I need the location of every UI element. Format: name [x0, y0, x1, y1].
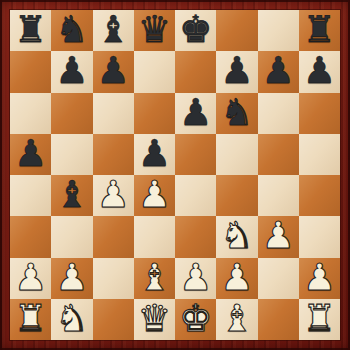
- square-e6[interactable]: ♟: [175, 93, 216, 134]
- square-c4[interactable]: ♟: [93, 175, 134, 216]
- white-bishop-f1[interactable]: ♝: [220, 299, 253, 339]
- square-f6[interactable]: ♞: [216, 93, 257, 134]
- square-e3[interactable]: [175, 216, 216, 257]
- square-b3[interactable]: [51, 216, 92, 257]
- white-pawn-a2[interactable]: ♟: [14, 258, 47, 298]
- square-c1[interactable]: [93, 299, 134, 340]
- black-pawn-e6[interactable]: ♟: [179, 93, 212, 133]
- square-d7[interactable]: [134, 51, 175, 92]
- square-e4[interactable]: [175, 175, 216, 216]
- white-pawn-f2[interactable]: ♟: [220, 258, 253, 298]
- board-frame: ♜♞♝♛♚♜♟♟♟♟♟♟♞♟♟♝♟♟♞♟♟♟♝♟♟♟♜♞♛♚♝♜: [0, 0, 350, 350]
- square-g5[interactable]: [258, 134, 299, 175]
- white-king-e1[interactable]: ♚: [179, 299, 212, 339]
- square-g2[interactable]: [258, 258, 299, 299]
- black-pawn-d5[interactable]: ♟: [138, 134, 171, 174]
- black-pawn-c7[interactable]: ♟: [97, 51, 130, 91]
- square-b7[interactable]: ♟: [51, 51, 92, 92]
- white-bishop-d2[interactable]: ♝: [138, 258, 171, 298]
- square-b4[interactable]: ♝: [51, 175, 92, 216]
- square-d6[interactable]: [134, 93, 175, 134]
- square-h5[interactable]: [299, 134, 340, 175]
- square-f5[interactable]: [216, 134, 257, 175]
- black-queen-d8[interactable]: ♛: [138, 10, 171, 50]
- square-b2[interactable]: ♟: [51, 258, 92, 299]
- square-h8[interactable]: ♜: [299, 10, 340, 51]
- square-a4[interactable]: [10, 175, 51, 216]
- white-pawn-h2[interactable]: ♟: [303, 258, 336, 298]
- black-bishop-b4[interactable]: ♝: [55, 175, 88, 215]
- square-a7[interactable]: [10, 51, 51, 92]
- square-f1[interactable]: ♝: [216, 299, 257, 340]
- square-f3[interactable]: ♞: [216, 216, 257, 257]
- white-pawn-d4[interactable]: ♟: [138, 175, 171, 215]
- square-b8[interactable]: ♞: [51, 10, 92, 51]
- square-g7[interactable]: ♟: [258, 51, 299, 92]
- square-c6[interactable]: [93, 93, 134, 134]
- square-e5[interactable]: [175, 134, 216, 175]
- square-a6[interactable]: [10, 93, 51, 134]
- black-pawn-g7[interactable]: ♟: [262, 51, 295, 91]
- white-knight-f3[interactable]: ♞: [220, 216, 253, 256]
- white-queen-d1[interactable]: ♛: [138, 299, 171, 339]
- square-c3[interactable]: [93, 216, 134, 257]
- square-a3[interactable]: [10, 216, 51, 257]
- square-a1[interactable]: ♜: [10, 299, 51, 340]
- square-f8[interactable]: [216, 10, 257, 51]
- square-d5[interactable]: ♟: [134, 134, 175, 175]
- square-b5[interactable]: [51, 134, 92, 175]
- square-f7[interactable]: ♟: [216, 51, 257, 92]
- square-a2[interactable]: ♟: [10, 258, 51, 299]
- square-d3[interactable]: [134, 216, 175, 257]
- square-c5[interactable]: [93, 134, 134, 175]
- black-king-e8[interactable]: ♚: [179, 10, 212, 50]
- black-rook-h8[interactable]: ♜: [303, 10, 336, 50]
- square-c2[interactable]: [93, 258, 134, 299]
- square-c7[interactable]: ♟: [93, 51, 134, 92]
- black-pawn-h7[interactable]: ♟: [303, 51, 336, 91]
- square-h4[interactable]: [299, 175, 340, 216]
- square-g1[interactable]: [258, 299, 299, 340]
- square-b6[interactable]: [51, 93, 92, 134]
- white-knight-b1[interactable]: ♞: [55, 299, 88, 339]
- square-e7[interactable]: [175, 51, 216, 92]
- black-rook-a8[interactable]: ♜: [14, 10, 47, 50]
- white-pawn-b2[interactable]: ♟: [55, 258, 88, 298]
- square-d4[interactable]: ♟: [134, 175, 175, 216]
- chess-board: ♜♞♝♛♚♜♟♟♟♟♟♟♞♟♟♝♟♟♞♟♟♟♝♟♟♟♜♞♛♚♝♜: [10, 10, 340, 340]
- square-e2[interactable]: ♟: [175, 258, 216, 299]
- square-g6[interactable]: [258, 93, 299, 134]
- square-g3[interactable]: ♟: [258, 216, 299, 257]
- square-f2[interactable]: ♟: [216, 258, 257, 299]
- black-pawn-b7[interactable]: ♟: [55, 51, 88, 91]
- square-b1[interactable]: ♞: [51, 299, 92, 340]
- square-h1[interactable]: ♜: [299, 299, 340, 340]
- black-pawn-a5[interactable]: ♟: [14, 134, 47, 174]
- white-rook-h1[interactable]: ♜: [303, 299, 336, 339]
- square-h6[interactable]: [299, 93, 340, 134]
- square-d1[interactable]: ♛: [134, 299, 175, 340]
- square-f4[interactable]: [216, 175, 257, 216]
- black-bishop-c8[interactable]: ♝: [97, 10, 130, 50]
- square-g8[interactable]: [258, 10, 299, 51]
- white-pawn-g3[interactable]: ♟: [262, 216, 295, 256]
- square-e1[interactable]: ♚: [175, 299, 216, 340]
- square-d2[interactable]: ♝: [134, 258, 175, 299]
- square-h2[interactable]: ♟: [299, 258, 340, 299]
- white-rook-a1[interactable]: ♜: [14, 299, 47, 339]
- square-c8[interactable]: ♝: [93, 10, 134, 51]
- black-knight-b8[interactable]: ♞: [55, 10, 88, 50]
- white-pawn-c4[interactable]: ♟: [97, 175, 130, 215]
- square-d8[interactable]: ♛: [134, 10, 175, 51]
- square-e8[interactable]: ♚: [175, 10, 216, 51]
- square-g4[interactable]: [258, 175, 299, 216]
- square-a8[interactable]: ♜: [10, 10, 51, 51]
- square-a5[interactable]: ♟: [10, 134, 51, 175]
- square-h3[interactable]: [299, 216, 340, 257]
- black-knight-f6[interactable]: ♞: [220, 93, 253, 133]
- white-pawn-e2[interactable]: ♟: [179, 258, 212, 298]
- black-pawn-f7[interactable]: ♟: [220, 51, 253, 91]
- square-h7[interactable]: ♟: [299, 51, 340, 92]
